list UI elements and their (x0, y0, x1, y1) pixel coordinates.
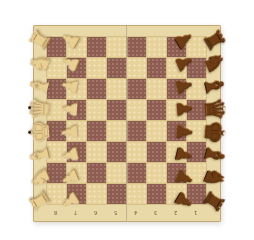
board-square[interactable] (107, 142, 126, 162)
board-square[interactable] (127, 121, 146, 141)
board-square[interactable] (87, 163, 106, 183)
finial-dot (222, 107, 225, 110)
board-square[interactable] (107, 163, 126, 183)
board-square[interactable] (107, 184, 126, 204)
board-square[interactable] (107, 121, 126, 141)
rank-label: 6 (94, 210, 97, 215)
board-square[interactable] (107, 37, 126, 57)
board-square[interactable] (147, 100, 166, 120)
finial-dot (222, 131, 225, 134)
board-square[interactable] (87, 121, 106, 141)
board-square[interactable] (107, 58, 126, 78)
rank-label: 4 (134, 210, 137, 215)
board-square[interactable] (127, 163, 146, 183)
board-square[interactable] (147, 121, 166, 141)
board-square[interactable] (87, 79, 106, 99)
board-square[interactable] (87, 100, 106, 120)
board-square[interactable] (87, 184, 106, 204)
board-fold-seam (126, 25, 128, 222)
rank-label: 8 (54, 210, 57, 215)
board-square[interactable] (147, 142, 166, 162)
board-square[interactable] (147, 58, 166, 78)
board-square[interactable] (87, 142, 106, 162)
board-square[interactable] (147, 163, 166, 183)
board-square[interactable] (127, 37, 146, 57)
board-square[interactable] (147, 79, 166, 99)
board-square[interactable] (127, 58, 146, 78)
rank-label: 3 (154, 210, 157, 215)
board-square[interactable] (107, 100, 126, 120)
board-square[interactable] (127, 184, 146, 204)
board-square[interactable] (107, 79, 126, 99)
board-square[interactable] (127, 142, 146, 162)
board-square[interactable] (127, 79, 146, 99)
overhead-chess-photo: 87654321 ♜♞♝♛♚♝♞♜♟♟♟♟♟♟♟♟♟♟♟♟♟♟♟♟♜♞♝♛♚♝♞… (0, 0, 254, 240)
finial-dot (27, 107, 30, 110)
board-square[interactable] (147, 184, 166, 204)
board-square[interactable] (87, 58, 106, 78)
finial-dot (27, 131, 30, 134)
rank-label: 5 (114, 210, 117, 215)
board-square[interactable] (127, 100, 146, 120)
